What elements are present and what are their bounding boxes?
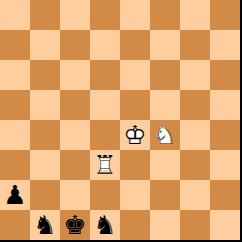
white-king-e4: ♚♔: [120, 120, 150, 150]
black-knight-b1: ♞: [30, 210, 60, 240]
square-c4[interactable]: [60, 120, 90, 150]
square-a3[interactable]: [0, 150, 30, 180]
square-h5[interactable]: [210, 90, 240, 120]
white-knight-f4: ♞♘: [150, 120, 180, 150]
chess-board: ♚♔♞♘♜♖♟♞♚♞: [0, 0, 240, 240]
square-a5[interactable]: [0, 90, 30, 120]
square-h4[interactable]: [210, 120, 240, 150]
square-d8[interactable]: [90, 0, 120, 30]
square-h7[interactable]: [210, 30, 240, 60]
knight-glyph: ♞: [30, 210, 60, 240]
square-f3[interactable]: [150, 150, 180, 180]
square-a7[interactable]: [0, 30, 30, 60]
square-d1[interactable]: ♞: [90, 210, 120, 240]
square-e8[interactable]: [120, 0, 150, 30]
square-g4[interactable]: [180, 120, 210, 150]
square-f4[interactable]: ♞♘: [150, 120, 180, 150]
square-d6[interactable]: [90, 60, 120, 90]
square-b7[interactable]: [30, 30, 60, 60]
square-h6[interactable]: [210, 60, 240, 90]
black-pawn-a2: ♟: [0, 180, 30, 210]
square-e7[interactable]: [120, 30, 150, 60]
square-a4[interactable]: [0, 120, 30, 150]
square-g3[interactable]: [180, 150, 210, 180]
square-f6[interactable]: [150, 60, 180, 90]
chess-board-frame: ♚♔♞♘♜♖♟♞♚♞: [0, 0, 242, 242]
square-d3[interactable]: ♜♖: [90, 150, 120, 180]
square-f2[interactable]: [150, 180, 180, 210]
black-knight-d1: ♞: [90, 210, 120, 240]
square-d4[interactable]: [90, 120, 120, 150]
square-f1[interactable]: [150, 210, 180, 240]
square-h1[interactable]: [210, 210, 240, 240]
king-outline-glyph: ♔: [120, 120, 150, 150]
square-e3[interactable]: [120, 150, 150, 180]
square-d5[interactable]: [90, 90, 120, 120]
square-f8[interactable]: [150, 0, 180, 30]
black-king-c1: ♚: [60, 210, 90, 240]
square-d2[interactable]: [90, 180, 120, 210]
square-c1[interactable]: ♚: [60, 210, 90, 240]
rook-outline-glyph: ♖: [90, 150, 120, 180]
square-c3[interactable]: [60, 150, 90, 180]
square-b8[interactable]: [30, 0, 60, 30]
square-a2[interactable]: ♟: [0, 180, 30, 210]
pawn-glyph: ♟: [0, 180, 30, 210]
square-b6[interactable]: [30, 60, 60, 90]
square-c6[interactable]: [60, 60, 90, 90]
square-c7[interactable]: [60, 30, 90, 60]
square-a6[interactable]: [0, 60, 30, 90]
square-f7[interactable]: [150, 30, 180, 60]
square-b3[interactable]: [30, 150, 60, 180]
square-c2[interactable]: [60, 180, 90, 210]
square-g6[interactable]: [180, 60, 210, 90]
square-c5[interactable]: [60, 90, 90, 120]
square-b4[interactable]: [30, 120, 60, 150]
square-e6[interactable]: [120, 60, 150, 90]
square-e5[interactable]: [120, 90, 150, 120]
square-h8[interactable]: [210, 0, 240, 30]
square-e1[interactable]: [120, 210, 150, 240]
square-g1[interactable]: [180, 210, 210, 240]
square-h3[interactable]: [210, 150, 240, 180]
white-rook-d3: ♜♖: [90, 150, 120, 180]
square-g8[interactable]: [180, 0, 210, 30]
square-a1[interactable]: [0, 210, 30, 240]
square-d7[interactable]: [90, 30, 120, 60]
knight-outline-glyph: ♘: [150, 120, 180, 150]
square-a8[interactable]: [0, 0, 30, 30]
knight-glyph: ♞: [90, 210, 120, 240]
square-b5[interactable]: [30, 90, 60, 120]
square-e2[interactable]: [120, 180, 150, 210]
king-glyph: ♚: [60, 210, 90, 240]
square-g2[interactable]: [180, 180, 210, 210]
square-g7[interactable]: [180, 30, 210, 60]
square-c8[interactable]: [60, 0, 90, 30]
square-g5[interactable]: [180, 90, 210, 120]
square-b2[interactable]: [30, 180, 60, 210]
square-b1[interactable]: ♞: [30, 210, 60, 240]
square-e4[interactable]: ♚♔: [120, 120, 150, 150]
square-h2[interactable]: [210, 180, 240, 210]
square-f5[interactable]: [150, 90, 180, 120]
